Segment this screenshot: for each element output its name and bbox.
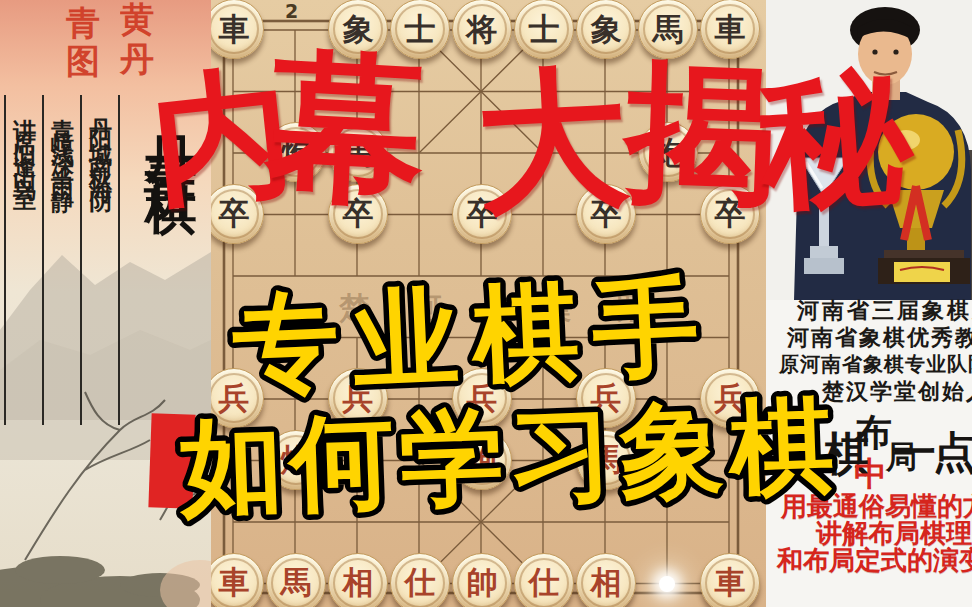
black-piece-車: 車 [700,0,760,59]
red-piece-車: 車 [700,553,760,607]
column-divider [118,95,120,425]
red-piece-相: 相 [328,553,388,607]
seal-char: 图 [66,44,100,78]
black-piece-象: 象 [328,0,388,59]
presenter-photo [766,0,972,300]
poem-line-1: 丹阳城南秋海阴 [86,100,117,184]
credential-4: 楚汉学堂创始人 [822,377,972,407]
xiangqi-board: 楚 河 漢 界 2 車象士将士象馬車炮馬炮卒卒卒卒卒兵兵兵兵兵炮炮馬車馬相仕帥仕… [211,0,766,607]
red-piece-炮: 炮 [266,430,326,490]
river-label-left: 楚 河 [339,288,457,329]
red-line-3: 和布局定式的演变 [777,543,972,578]
ink-landscape [0,0,211,607]
red-piece-仕: 仕 [514,553,574,607]
black-piece-士: 士 [390,0,450,59]
black-piece-卒: 卒 [204,184,264,244]
channel-title-vertical: 丹青讲棋 [136,94,206,158]
red-seal-stamp: 黄 丹 青 图 [58,2,166,80]
black-piece-炮: 炮 [638,122,698,182]
column-divider [4,95,6,425]
right-presenter-panel: 河南省三届象棋冠军 河南省象棋优秀教练 原河南省象棋专业队队员 楚汉学堂创始人 … [766,0,972,607]
black-piece-卒: 卒 [452,184,512,244]
red-piece-相: 相 [576,553,636,607]
slogan-yidiantong: 一点通 [893,424,972,482]
black-piece-士: 士 [514,0,574,59]
file-number-label: 2 [285,0,298,22]
black-piece-将: 将 [452,0,512,59]
poem-line-3: 讲席旧逢山鸟至 [10,100,41,184]
red-piece-兵: 兵 [700,368,760,428]
credential-1: 河南省三届象棋冠军 [797,296,972,326]
black-piece-馬: 馬 [328,122,388,182]
video-thumbnail: 楚 河 漢 界 2 車象士将士象馬車炮馬炮卒卒卒卒卒兵兵兵兵兵炮炮馬車馬相仕帥仕… [0,0,972,607]
red-piece-兵: 兵 [328,368,388,428]
red-piece-炮: 炮 [452,430,512,490]
poem-line-2: 青嶂浅深当雨静 [48,100,79,184]
red-piece-馬: 馬 [576,430,636,490]
column-divider [42,95,44,425]
black-piece-炮: 炮 [266,122,326,182]
seal-char: 丹 [120,42,154,76]
red-piece-仕: 仕 [390,553,450,607]
last-move-from-marker [659,576,675,592]
credential-3: 原河南省象棋专业队队员 [779,351,972,378]
red-accent-square [148,413,195,508]
black-piece-卒: 卒 [576,184,636,244]
black-piece-馬: 馬 [638,0,698,59]
river-label-right: 漢 界 [541,288,659,329]
red-piece-馬: 馬 [266,553,326,607]
red-piece-帥: 帥 [452,553,512,607]
red-piece-兵: 兵 [204,368,264,428]
black-piece-卒: 卒 [700,184,760,244]
credential-2: 河南省象棋优秀教练 [787,323,972,353]
column-divider [80,95,82,425]
board-grid-lines [211,0,766,607]
black-piece-卒: 卒 [328,184,388,244]
black-piece-車: 車 [204,0,264,59]
seal-char: 黄 [120,2,154,36]
left-ink-painting-panel: 黄 丹 青 图 丹青讲棋 丹阳城南秋海阴 青嶂浅深当雨静 讲席旧逢山鸟至 [0,0,211,607]
black-piece-象: 象 [576,0,636,59]
red-piece-兵: 兵 [576,368,636,428]
red-piece-兵: 兵 [452,368,512,428]
seal-char: 青 [66,6,100,40]
red-piece-車: 車 [204,553,264,607]
